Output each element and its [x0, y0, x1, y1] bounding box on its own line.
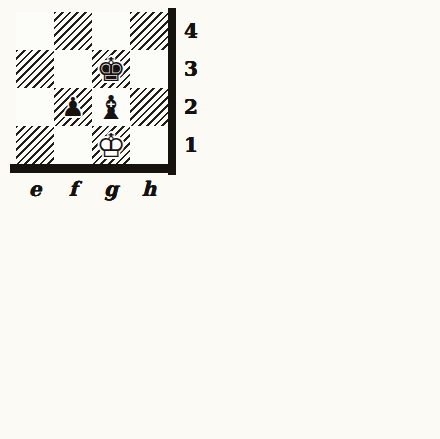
square-e1	[16, 126, 54, 164]
board-grid: ♚♚♟♟♝♝♚♔	[16, 12, 168, 164]
rank-label-1: 1	[180, 126, 202, 164]
file-label-e: e	[16, 177, 54, 203]
file-label-h: h	[130, 177, 168, 203]
board-border-right	[168, 8, 176, 175]
piece-glyph: ♟	[61, 94, 84, 120]
file-label-f: f	[54, 177, 92, 203]
file-label-g: g	[92, 177, 130, 203]
board-border-bottom	[10, 164, 176, 173]
rank-label-2: 2	[180, 88, 202, 126]
square-e2	[16, 88, 54, 126]
square-g3: ♚♚	[92, 50, 130, 88]
piece-glyph: ♝	[96, 91, 126, 124]
square-e4	[16, 12, 54, 50]
rank-labels: 4321	[180, 12, 202, 164]
square-f3	[54, 50, 92, 88]
square-f4	[54, 12, 92, 50]
square-h3	[130, 50, 168, 88]
square-g2: ♝♝	[92, 88, 130, 126]
square-e3	[16, 50, 54, 88]
file-labels: efgh	[16, 177, 168, 203]
square-h1	[130, 126, 168, 164]
black-pawn: ♟♟	[54, 88, 92, 126]
square-g4	[92, 12, 130, 50]
black-king: ♚♚	[92, 50, 130, 88]
square-g1: ♚♔	[92, 126, 130, 164]
square-h4	[130, 12, 168, 50]
rank-label-4: 4	[180, 12, 202, 50]
square-h2	[130, 88, 168, 126]
rank-label-3: 3	[180, 50, 202, 88]
square-f2: ♟♟	[54, 88, 92, 126]
white-king: ♚♔	[92, 126, 130, 164]
square-f1	[54, 126, 92, 164]
diagram-bottom-right: ♚♚♟♟♝♝♚♔ 4321 efgh	[0, 0, 220, 219]
piece-glyph: ♔	[96, 129, 126, 162]
black-bishop: ♝♝	[92, 88, 130, 126]
piece-glyph: ♚	[96, 53, 126, 86]
